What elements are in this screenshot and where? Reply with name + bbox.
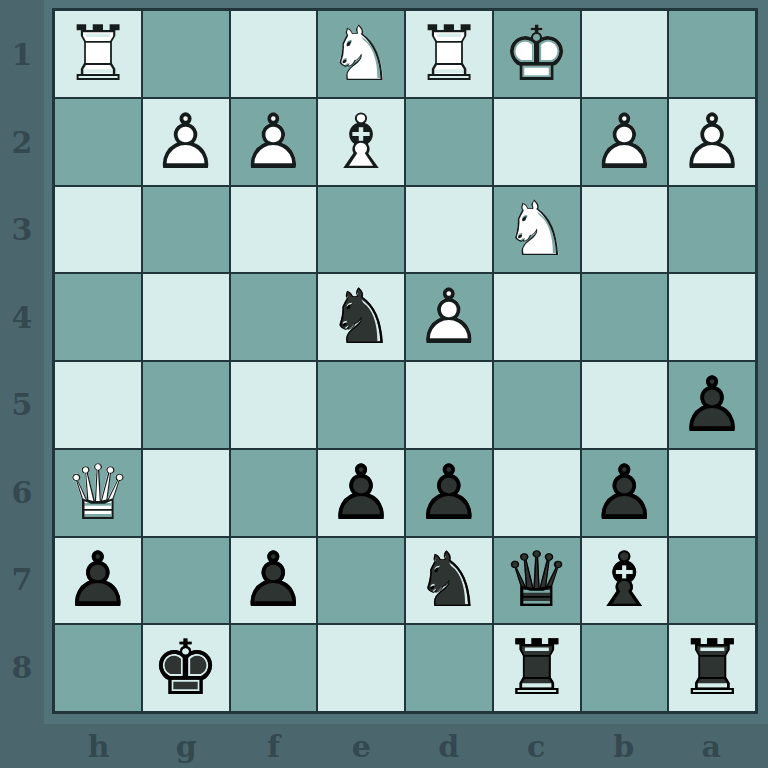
square-c6[interactable] xyxy=(494,450,580,536)
rank-labels: 12345678 xyxy=(0,11,44,711)
file-label-g: g xyxy=(143,724,231,768)
square-h8[interactable] xyxy=(55,625,141,711)
square-f3[interactable] xyxy=(231,187,317,273)
black-king[interactable]: ♚♔ xyxy=(143,625,229,711)
square-b3[interactable] xyxy=(582,187,668,273)
black-pawn[interactable]: ♟♙ xyxy=(582,450,668,536)
square-a6[interactable] xyxy=(669,450,755,536)
file-label-d: d xyxy=(405,724,493,768)
white-queen[interactable]: ♛♕ xyxy=(55,450,141,536)
square-d3[interactable] xyxy=(406,187,492,273)
pawn-glyph-outline: ♙ xyxy=(231,538,317,624)
square-f7[interactable]: ♟♙ xyxy=(231,538,317,624)
square-g3[interactable] xyxy=(143,187,229,273)
chess-board: ♜♖♞♘♜♖♚♔♟♙♟♙♝♗♟♙♟♙♞♘♞♘♟♙♟♙♛♕♟♙♟♙♟♙♟♙♟♙♞♘… xyxy=(55,11,755,711)
file-label-h: h xyxy=(55,724,143,768)
square-c1[interactable]: ♚♔ xyxy=(494,11,580,97)
square-d4[interactable]: ♟♙ xyxy=(406,274,492,360)
black-bishop[interactable]: ♝♗ xyxy=(582,538,668,624)
square-b5[interactable] xyxy=(582,362,668,448)
rank-label-2: 2 xyxy=(0,99,44,187)
square-f8[interactable] xyxy=(231,625,317,711)
white-king[interactable]: ♚♔ xyxy=(494,11,580,97)
black-pawn[interactable]: ♟♙ xyxy=(669,362,755,448)
square-e6[interactable]: ♟♙ xyxy=(318,450,404,536)
square-d1[interactable]: ♜♖ xyxy=(406,11,492,97)
knight-glyph-outline: ♘ xyxy=(318,11,404,97)
bishop-glyph-outline: ♗ xyxy=(318,99,404,185)
board-frame: ♜♖♞♘♜♖♚♔♟♙♟♙♝♗♟♙♟♙♞♘♞♘♟♙♟♙♛♕♟♙♟♙♟♙♟♙♟♙♞♘… xyxy=(44,0,768,724)
king-glyph-outline: ♔ xyxy=(143,625,229,711)
black-pawn[interactable]: ♟♙ xyxy=(318,450,404,536)
square-c5[interactable] xyxy=(494,362,580,448)
square-d2[interactable] xyxy=(406,99,492,185)
square-b6[interactable]: ♟♙ xyxy=(582,450,668,536)
square-d7[interactable]: ♞♘ xyxy=(406,538,492,624)
square-e5[interactable] xyxy=(318,362,404,448)
square-a4[interactable] xyxy=(669,274,755,360)
rook-glyph-outline: ♖ xyxy=(55,11,141,97)
knight-glyph-outline: ♘ xyxy=(494,187,580,273)
square-e2[interactable]: ♝♗ xyxy=(318,99,404,185)
file-label-b: b xyxy=(580,724,668,768)
file-label-f: f xyxy=(230,724,318,768)
square-b1[interactable] xyxy=(582,11,668,97)
file-label-a: a xyxy=(668,724,756,768)
square-c3[interactable]: ♞♘ xyxy=(494,187,580,273)
square-b4[interactable] xyxy=(582,274,668,360)
black-pawn[interactable]: ♟♙ xyxy=(231,538,317,624)
pawn-glyph-outline: ♙ xyxy=(231,99,317,185)
square-c8[interactable]: ♜♖ xyxy=(494,625,580,711)
file-labels: hgfedcba xyxy=(55,724,755,768)
rank-label-1: 1 xyxy=(0,11,44,99)
knight-glyph-outline: ♘ xyxy=(318,274,404,360)
file-label-c: c xyxy=(493,724,581,768)
white-pawn[interactable]: ♟♙ xyxy=(669,99,755,185)
pawn-glyph-outline: ♙ xyxy=(318,450,404,536)
white-rook[interactable]: ♜♖ xyxy=(406,11,492,97)
square-g2[interactable]: ♟♙ xyxy=(143,99,229,185)
square-a2[interactable]: ♟♙ xyxy=(669,99,755,185)
square-a5[interactable]: ♟♙ xyxy=(669,362,755,448)
square-b8[interactable] xyxy=(582,625,668,711)
king-glyph-outline: ♔ xyxy=(494,11,580,97)
white-rook[interactable]: ♜♖ xyxy=(55,11,141,97)
rook-glyph-outline: ♖ xyxy=(669,625,755,711)
square-h6[interactable]: ♛♕ xyxy=(55,450,141,536)
black-rook[interactable]: ♜♖ xyxy=(669,625,755,711)
square-g1[interactable] xyxy=(143,11,229,97)
square-d5[interactable] xyxy=(406,362,492,448)
pawn-glyph-outline: ♙ xyxy=(669,362,755,448)
square-a3[interactable] xyxy=(669,187,755,273)
square-h3[interactable] xyxy=(55,187,141,273)
pawn-glyph-outline: ♙ xyxy=(406,450,492,536)
square-e8[interactable] xyxy=(318,625,404,711)
rank-label-6: 6 xyxy=(0,449,44,537)
square-e3[interactable] xyxy=(318,187,404,273)
square-h4[interactable] xyxy=(55,274,141,360)
black-rook[interactable]: ♜♖ xyxy=(494,625,580,711)
rank-label-8: 8 xyxy=(0,624,44,712)
square-a8[interactable]: ♜♖ xyxy=(669,625,755,711)
square-a1[interactable] xyxy=(669,11,755,97)
square-g6[interactable] xyxy=(143,450,229,536)
board-border: ♜♖♞♘♜♖♚♔♟♙♟♙♝♗♟♙♟♙♞♘♞♘♟♙♟♙♛♕♟♙♟♙♟♙♟♙♟♙♞♘… xyxy=(52,8,758,714)
white-pawn[interactable]: ♟♙ xyxy=(231,99,317,185)
pawn-glyph-outline: ♙ xyxy=(143,99,229,185)
black-queen[interactable]: ♛♕ xyxy=(494,538,580,624)
square-g8[interactable]: ♚♔ xyxy=(143,625,229,711)
square-h7[interactable]: ♟♙ xyxy=(55,538,141,624)
black-knight[interactable]: ♞♘ xyxy=(318,274,404,360)
bishop-glyph-outline: ♗ xyxy=(582,538,668,624)
square-h5[interactable] xyxy=(55,362,141,448)
white-bishop[interactable]: ♝♗ xyxy=(318,99,404,185)
square-e7[interactable] xyxy=(318,538,404,624)
rank-label-4: 4 xyxy=(0,274,44,362)
square-g4[interactable] xyxy=(143,274,229,360)
square-d8[interactable] xyxy=(406,625,492,711)
knight-glyph-outline: ♘ xyxy=(406,538,492,624)
pawn-glyph-outline: ♙ xyxy=(582,450,668,536)
square-h1[interactable]: ♜♖ xyxy=(55,11,141,97)
white-knight[interactable]: ♞♘ xyxy=(318,11,404,97)
square-c2[interactable] xyxy=(494,99,580,185)
queen-glyph-outline: ♕ xyxy=(494,538,580,624)
white-pawn[interactable]: ♟♙ xyxy=(582,99,668,185)
square-g7[interactable] xyxy=(143,538,229,624)
square-f2[interactable]: ♟♙ xyxy=(231,99,317,185)
white-pawn[interactable]: ♟♙ xyxy=(143,99,229,185)
white-knight[interactable]: ♞♘ xyxy=(494,187,580,273)
square-e1[interactable]: ♞♘ xyxy=(318,11,404,97)
square-b2[interactable]: ♟♙ xyxy=(582,99,668,185)
square-f4[interactable] xyxy=(231,274,317,360)
square-d6[interactable]: ♟♙ xyxy=(406,450,492,536)
rook-glyph-outline: ♖ xyxy=(406,11,492,97)
square-h2[interactable] xyxy=(55,99,141,185)
square-c7[interactable]: ♛♕ xyxy=(494,538,580,624)
pawn-glyph-outline: ♙ xyxy=(582,99,668,185)
rook-glyph-outline: ♖ xyxy=(494,625,580,711)
queen-glyph-outline: ♕ xyxy=(55,450,141,536)
square-f5[interactable] xyxy=(231,362,317,448)
square-f6[interactable] xyxy=(231,450,317,536)
square-f1[interactable] xyxy=(231,11,317,97)
file-label-e: e xyxy=(318,724,406,768)
pawn-glyph-outline: ♙ xyxy=(55,538,141,624)
square-g5[interactable] xyxy=(143,362,229,448)
black-pawn[interactable]: ♟♙ xyxy=(55,538,141,624)
rank-label-7: 7 xyxy=(0,536,44,624)
square-e4[interactable]: ♞♘ xyxy=(318,274,404,360)
square-c4[interactable] xyxy=(494,274,580,360)
square-a7[interactable] xyxy=(669,538,755,624)
white-pawn[interactable]: ♟♙ xyxy=(406,274,492,360)
rank-label-3: 3 xyxy=(0,186,44,274)
square-b7[interactable]: ♝♗ xyxy=(582,538,668,624)
chess-app: 12345678 ♜♖♞♘♜♖♚♔♟♙♟♙♝♗♟♙♟♙♞♘♞♘♟♙♟♙♛♕♟♙♟… xyxy=(0,0,768,768)
rank-label-5: 5 xyxy=(0,361,44,449)
black-pawn[interactable]: ♟♙ xyxy=(406,450,492,536)
pawn-glyph-outline: ♙ xyxy=(669,99,755,185)
black-knight[interactable]: ♞♘ xyxy=(406,538,492,624)
pawn-glyph-outline: ♙ xyxy=(406,274,492,360)
